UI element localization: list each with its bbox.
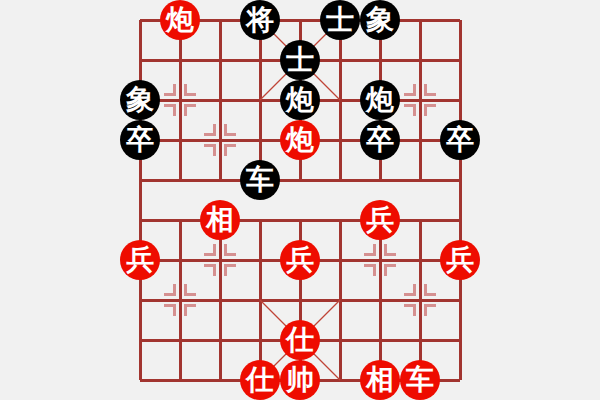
- point-marker-bracket: [204, 144, 216, 156]
- piece-label: 兵: [286, 246, 314, 274]
- point-marker-bracket: [384, 264, 396, 276]
- piece-label: 卒: [446, 126, 474, 154]
- piece-red-soldier[interactable]: 兵: [120, 240, 160, 280]
- piece-red-general[interactable]: 帅: [280, 360, 320, 400]
- point-marker-bracket: [224, 124, 236, 136]
- point-marker: [160, 80, 200, 120]
- piece-red-soldier[interactable]: 兵: [360, 200, 400, 240]
- piece-label: 士: [286, 46, 314, 74]
- point-marker: [160, 280, 200, 320]
- point-marker: [400, 80, 440, 120]
- piece-label: 象: [126, 86, 154, 114]
- piece-black-soldier[interactable]: 卒: [360, 120, 400, 160]
- point-marker-bracket: [404, 84, 416, 96]
- point-marker-bracket: [424, 84, 436, 96]
- point-marker-bracket: [204, 244, 216, 256]
- point-marker: [360, 240, 400, 280]
- piece-label: 兵: [126, 246, 154, 274]
- piece-label: 士: [326, 6, 354, 34]
- piece-black-soldier[interactable]: 卒: [120, 120, 160, 160]
- piece-label: 相: [206, 206, 234, 234]
- point-marker-bracket: [404, 284, 416, 296]
- piece-black-cannon[interactable]: 炮: [360, 80, 400, 120]
- point-marker-bracket: [384, 244, 396, 256]
- point-marker-bracket: [164, 284, 176, 296]
- point-marker-bracket: [164, 104, 176, 116]
- point-marker-bracket: [424, 284, 436, 296]
- point-marker: [200, 240, 240, 280]
- point-marker-bracket: [224, 264, 236, 276]
- point-marker-bracket: [204, 264, 216, 276]
- piece-black-advisor[interactable]: 士: [320, 0, 360, 40]
- point-marker-bracket: [184, 304, 196, 316]
- piece-label: 车: [246, 166, 274, 194]
- piece-label: 象: [366, 6, 394, 34]
- piece-label: 相: [366, 366, 394, 394]
- piece-label: 炮: [286, 126, 314, 154]
- piece-red-advisor[interactable]: 仕: [280, 320, 320, 360]
- point-marker-bracket: [424, 304, 436, 316]
- point-marker: [400, 280, 440, 320]
- point-marker-bracket: [364, 264, 376, 276]
- piece-red-elephant[interactable]: 相: [200, 200, 240, 240]
- piece-label: 卒: [126, 126, 154, 154]
- piece-black-soldier[interactable]: 卒: [440, 120, 480, 160]
- piece-label: 兵: [446, 246, 474, 274]
- point-marker: [200, 120, 240, 160]
- piece-label: 将: [246, 6, 274, 34]
- piece-black-advisor[interactable]: 士: [280, 40, 320, 80]
- point-marker-bracket: [184, 104, 196, 116]
- piece-label: 炮: [286, 86, 314, 114]
- point-marker-bracket: [184, 284, 196, 296]
- piece-label: 仕: [246, 366, 274, 394]
- point-marker-bracket: [164, 84, 176, 96]
- piece-red-cannon[interactable]: 炮: [280, 120, 320, 160]
- point-marker-bracket: [404, 304, 416, 316]
- piece-black-elephant[interactable]: 象: [120, 80, 160, 120]
- point-marker-bracket: [204, 124, 216, 136]
- piece-label: 车: [406, 366, 434, 394]
- piece-label: 炮: [366, 86, 394, 114]
- piece-black-general[interactable]: 将: [240, 0, 280, 40]
- piece-red-soldier[interactable]: 兵: [440, 240, 480, 280]
- piece-red-cannon[interactable]: 炮: [160, 0, 200, 40]
- piece-black-cannon[interactable]: 炮: [280, 80, 320, 120]
- piece-red-soldier[interactable]: 兵: [280, 240, 320, 280]
- piece-black-chariot[interactable]: 车: [240, 160, 280, 200]
- piece-label: 炮: [166, 6, 194, 34]
- point-marker-bracket: [224, 244, 236, 256]
- piece-red-elephant[interactable]: 相: [360, 360, 400, 400]
- piece-label: 帅: [286, 366, 314, 394]
- xiangqi-board-screen: 炮将士象士象炮炮卒炮卒卒车相兵兵兵兵仕仕帅相车: [0, 0, 600, 400]
- piece-label: 卒: [366, 126, 394, 154]
- point-marker-bracket: [424, 104, 436, 116]
- point-marker-bracket: [364, 244, 376, 256]
- point-marker-bracket: [184, 84, 196, 96]
- point-marker-bracket: [224, 144, 236, 156]
- xiangqi-board[interactable]: 炮将士象士象炮炮卒炮卒卒车相兵兵兵兵仕仕帅相车: [120, 0, 480, 400]
- point-marker-bracket: [164, 304, 176, 316]
- piece-black-elephant[interactable]: 象: [360, 0, 400, 40]
- piece-label: 仕: [286, 326, 314, 354]
- piece-red-chariot[interactable]: 车: [400, 360, 440, 400]
- point-marker-bracket: [404, 104, 416, 116]
- piece-red-advisor[interactable]: 仕: [240, 360, 280, 400]
- piece-label: 兵: [366, 206, 394, 234]
